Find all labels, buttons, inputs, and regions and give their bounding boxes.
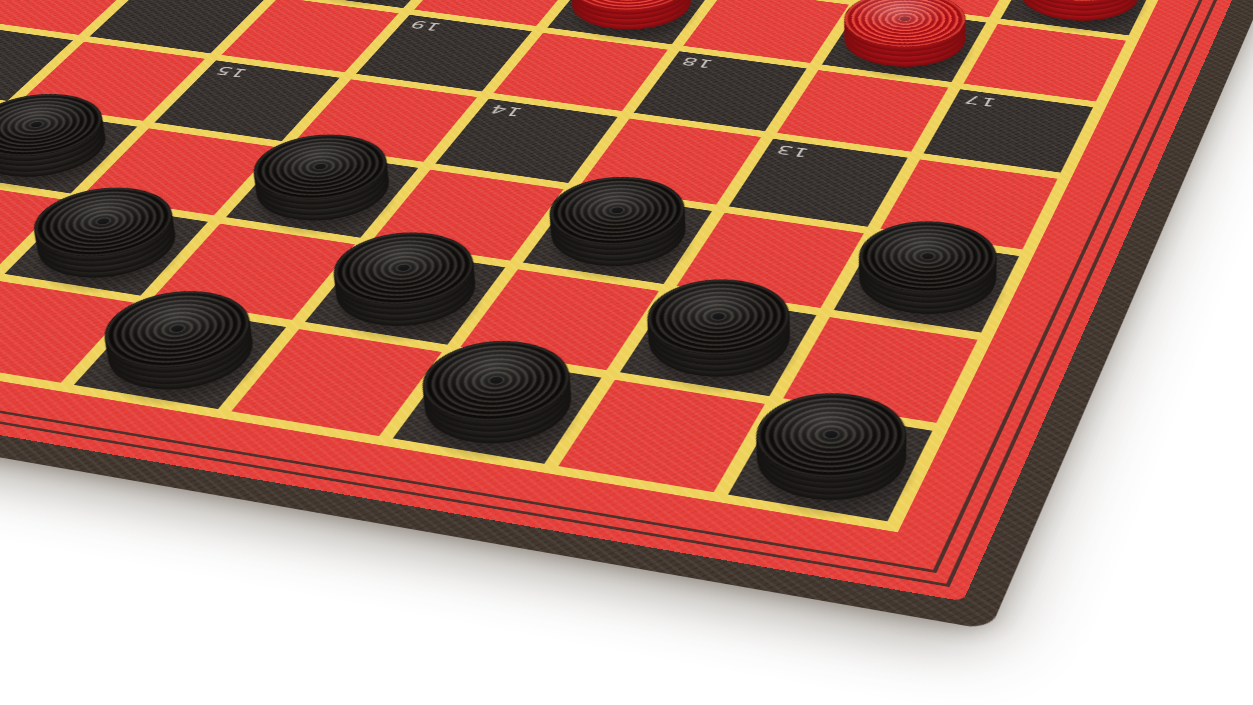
red-square xyxy=(683,0,849,63)
square-17[interactable]: 17 xyxy=(924,89,1094,172)
square-18[interactable]: 18 xyxy=(634,51,807,131)
board-field: 191817151413 xyxy=(0,0,1199,532)
square-number-17: 17 xyxy=(961,93,998,110)
square-13[interactable]: 13 xyxy=(729,139,908,227)
square-number-18: 18 xyxy=(678,55,716,71)
red-square xyxy=(777,70,948,152)
red-square xyxy=(558,380,765,492)
square-number-14: 14 xyxy=(486,102,526,119)
product-render-scene: 191817151413 xyxy=(0,0,1253,705)
square-number-19: 19 xyxy=(406,18,444,33)
square-number-13: 13 xyxy=(773,143,812,161)
board-face: 191817151413 xyxy=(0,0,1253,601)
square-number-15: 15 xyxy=(211,64,251,80)
red-square xyxy=(963,24,1126,101)
checkers-board: 191817151413 xyxy=(0,0,1253,630)
